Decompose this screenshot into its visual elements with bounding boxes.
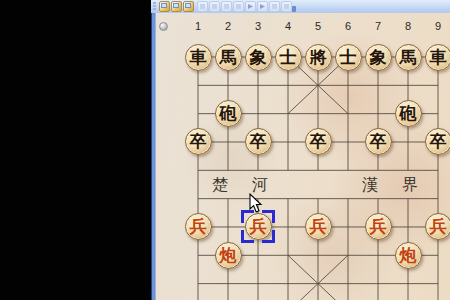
black-chariot-piece[interactable]: 車 — [185, 44, 212, 71]
bullet-sphere-icon — [159, 22, 168, 31]
toolbar-button-board-icon-2[interactable] — [171, 1, 182, 12]
black-general-piece[interactable]: 將 — [305, 44, 332, 71]
letterbox-left — [0, 0, 151, 300]
black-soldier-piece[interactable]: 卒 — [185, 128, 212, 155]
file-label-4: 4 — [281, 20, 295, 32]
toolbar-button-nav-icon-3[interactable] — [221, 1, 232, 12]
red-cannon-piece[interactable]: 炮 — [395, 242, 422, 269]
black-chariot-piece[interactable]: 車 — [425, 44, 450, 71]
file-label-8: 8 — [401, 20, 415, 32]
play-icon — [260, 4, 265, 9]
file-label-7: 7 — [371, 20, 385, 32]
file-label-9: 9 — [431, 20, 445, 32]
red-soldier-piece[interactable]: 兵 — [185, 213, 212, 240]
black-soldier-piece[interactable]: 卒 — [305, 128, 332, 155]
toolbar-button-nav-icon-8[interactable] — [281, 1, 292, 12]
black-advisor-piece[interactable]: 士 — [335, 44, 362, 71]
screenshot-stage: 123456789 楚河 漢界 車馬象士將士象馬車砲砲卒卒卒卒卒兵兵兵兵兵炮炮 — [0, 0, 450, 300]
river-text-left: 楚河 — [212, 175, 292, 196]
black-horse-piece[interactable]: 馬 — [395, 44, 422, 71]
file-label-3: 3 — [251, 20, 265, 32]
red-soldier-piece[interactable]: 兵 — [365, 213, 392, 240]
nav-icon — [272, 4, 277, 9]
file-label-5: 5 — [311, 20, 325, 32]
nav-icon — [212, 4, 217, 9]
red-cannon-piece[interactable]: 炮 — [215, 242, 242, 269]
toolbar-button-play-icon-5[interactable] — [245, 1, 256, 12]
black-elephant-piece[interactable]: 象 — [365, 44, 392, 71]
nav-icon — [284, 4, 289, 9]
toolbar-button-nav-icon-2[interactable] — [209, 1, 220, 12]
toolbar-button-nav-icon-1[interactable] — [197, 1, 208, 12]
nav-icon — [200, 4, 205, 9]
toolbar-button-play-icon-6[interactable] — [257, 1, 268, 12]
black-cannon-piece[interactable]: 砲 — [215, 100, 242, 127]
nav-icon — [224, 4, 229, 9]
xiangqi-board-surface[interactable]: 123456789 楚河 漢界 車馬象士將士象馬車砲砲卒卒卒卒卒兵兵兵兵兵炮炮 — [156, 13, 450, 300]
black-horse-piece[interactable]: 馬 — [215, 44, 242, 71]
toolbar-overflow-notch[interactable] — [292, 6, 296, 12]
red-soldier-piece[interactable]: 兵 — [245, 213, 272, 240]
black-advisor-piece[interactable]: 士 — [275, 44, 302, 71]
file-label-6: 6 — [341, 20, 355, 32]
xiangqi-window: 123456789 楚河 漢界 車馬象士將士象馬車砲砲卒卒卒卒卒兵兵兵兵兵炮炮 — [151, 0, 450, 300]
red-soldier-piece[interactable]: 兵 — [305, 213, 332, 240]
toolbar-button-nav-icon-7[interactable] — [269, 1, 280, 12]
black-cannon-piece[interactable]: 砲 — [395, 100, 422, 127]
play-icon — [248, 4, 253, 9]
nav-icon — [236, 4, 241, 9]
river-text-right: 漢界 — [362, 175, 442, 196]
black-elephant-piece[interactable]: 象 — [245, 44, 272, 71]
toolbar-button-board-icon-1[interactable] — [159, 1, 170, 12]
file-label-2: 2 — [221, 20, 235, 32]
toolbar — [151, 0, 450, 14]
black-soldier-piece[interactable]: 卒 — [245, 128, 272, 155]
toolbar-button-nav-icon-4[interactable] — [233, 1, 244, 12]
toolbar-gripper[interactable] — [153, 2, 156, 11]
toolbar-button-board-icon-3[interactable] — [183, 1, 194, 12]
file-label-1: 1 — [191, 20, 205, 32]
black-soldier-piece[interactable]: 卒 — [365, 128, 392, 155]
